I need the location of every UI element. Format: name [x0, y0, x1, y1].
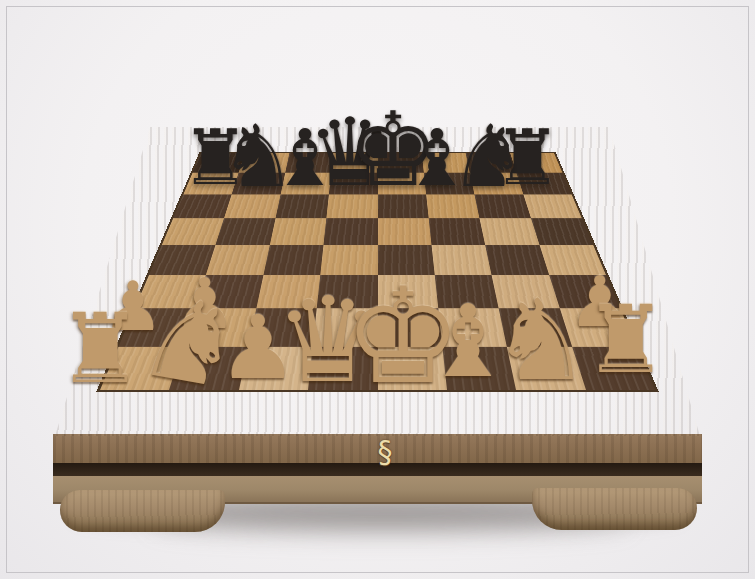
square-g5[interactable] [480, 218, 540, 245]
square-g4[interactable] [485, 245, 548, 275]
white-knight-g1[interactable]: ♞ [491, 284, 591, 396]
box-foot-left [60, 490, 225, 532]
square-d5[interactable] [324, 218, 378, 245]
white-rook-a1[interactable]: ♜ [57, 301, 143, 397]
photo-canvas: § ♜♞♝♛♚♝♞♜♜♟♞♟♟♛♚♝♞♟♜ [0, 0, 755, 579]
square-c5[interactable] [270, 218, 327, 245]
square-b5[interactable] [216, 218, 276, 245]
keyhole-icon: § [374, 435, 396, 469]
square-h5[interactable] [531, 218, 593, 245]
square-f5[interactable] [429, 218, 486, 245]
black-knight-g8[interactable]: ♞ [449, 113, 526, 199]
square-e5[interactable] [378, 218, 432, 245]
white-rook-h1[interactable]: ♜ [584, 293, 668, 387]
square-a5[interactable] [162, 218, 224, 245]
box-foot-right [532, 488, 697, 530]
